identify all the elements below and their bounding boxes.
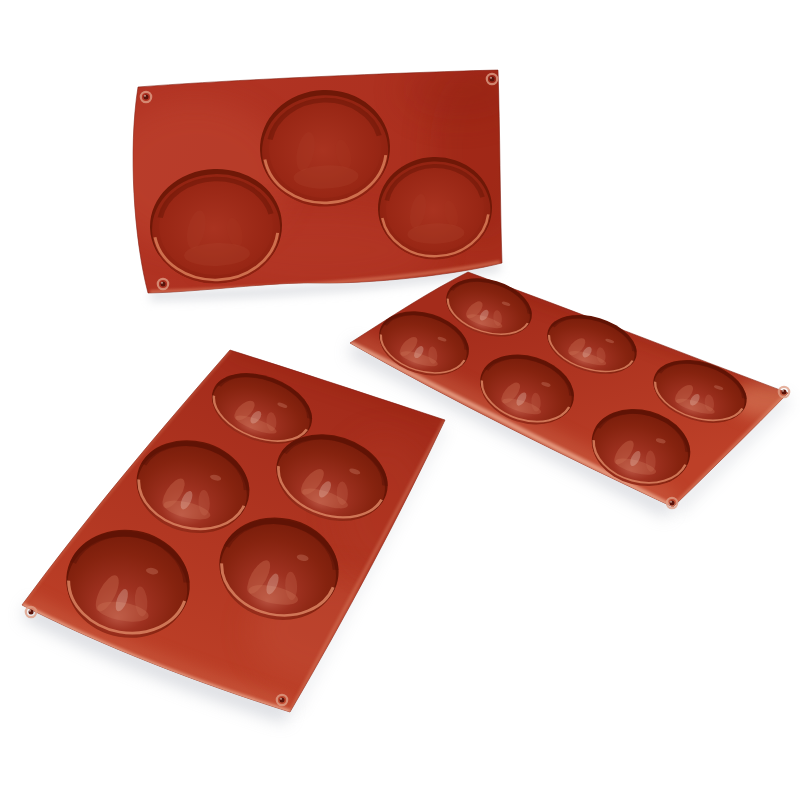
disc-mold xyxy=(100,60,530,293)
product-photo-stage xyxy=(0,0,800,800)
product-photo xyxy=(0,0,800,800)
